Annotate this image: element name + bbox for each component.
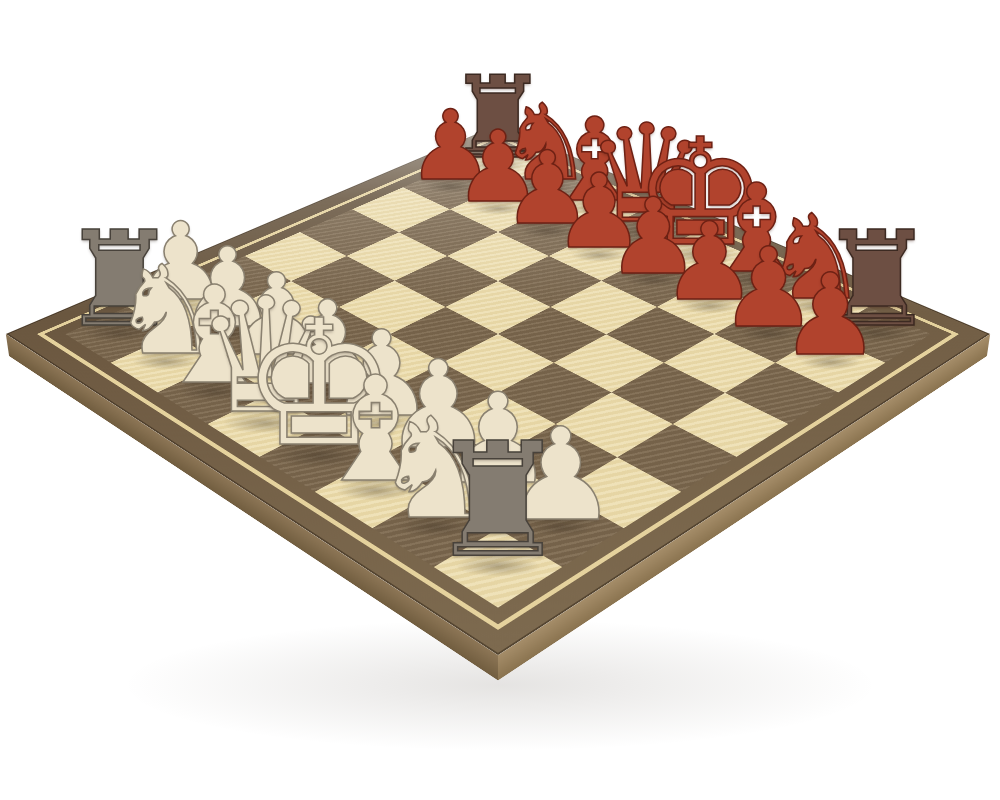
square-c1 [158, 363, 271, 424]
square-d2 [271, 363, 384, 424]
square-d3 [332, 334, 443, 392]
square-f1 [314, 457, 436, 528]
square-g2 [437, 457, 559, 528]
square-f3 [440, 392, 556, 456]
square-b1 [110, 334, 221, 392]
square-h5 [672, 392, 788, 456]
square-h7 [775, 334, 886, 392]
square-h3 [559, 457, 681, 528]
board-frame [6, 125, 990, 656]
square-e2 [324, 392, 440, 456]
square-h1 [433, 528, 562, 607]
square-h6 [725, 363, 838, 424]
chess-board [6, 125, 990, 656]
square-g5 [611, 363, 724, 424]
square-e1 [260, 424, 379, 492]
square-g3 [498, 424, 617, 492]
square-h2 [498, 492, 624, 567]
square-f5 [553, 334, 664, 392]
square-e4 [443, 334, 554, 392]
product-photo-stage: ♜♞♝♛♚♝♞♜♟♟♟♟♟♟♟♟♟♟♟♟♟♟♟♟♜♞♝♛♚♝♞♜ [0, 0, 1000, 800]
square-d1 [207, 392, 323, 456]
square-g6 [664, 334, 775, 392]
square-g4 [556, 392, 672, 456]
square-f4 [498, 363, 611, 424]
square-h4 [617, 424, 736, 492]
square-e3 [385, 363, 498, 424]
square-g1 [372, 492, 498, 567]
square-f2 [379, 424, 498, 492]
square-c2 [221, 334, 332, 392]
playing-squares [65, 146, 930, 608]
